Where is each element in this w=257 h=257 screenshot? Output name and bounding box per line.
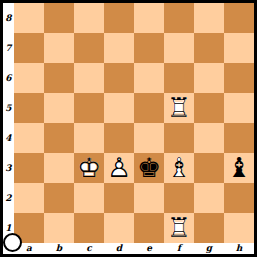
square-a5[interactable] <box>14 93 44 123</box>
square-a2[interactable] <box>14 183 44 213</box>
square-h4[interactable] <box>224 123 254 153</box>
black-king-glyph: ♚ <box>134 153 164 183</box>
square-e5[interactable] <box>134 93 164 123</box>
black-king[interactable]: ♚ <box>134 153 164 183</box>
rank-label-7: 7 <box>3 33 14 63</box>
white-bishop-outline: ♗ <box>164 153 194 183</box>
square-e2[interactable] <box>134 183 164 213</box>
file-label-d: d <box>104 243 134 254</box>
square-g8[interactable] <box>194 3 224 33</box>
square-h8[interactable] <box>224 3 254 33</box>
square-a3[interactable] <box>14 153 44 183</box>
white-pawn[interactable]: ♟♙ <box>104 153 134 183</box>
rank-label-6: 6 <box>3 63 14 93</box>
square-d5[interactable] <box>104 93 134 123</box>
square-f1[interactable]: ♜♖ <box>164 213 194 243</box>
file-label-g: g <box>194 243 224 254</box>
rank-label-5: 5 <box>3 93 14 123</box>
rank-label-4: 4 <box>3 123 14 153</box>
square-b8[interactable] <box>44 3 74 33</box>
square-b7[interactable] <box>44 33 74 63</box>
board: ♜♖♚♔♟♙♚♝♗♝♜♖ <box>14 3 254 243</box>
square-e7[interactable] <box>134 33 164 63</box>
square-g6[interactable] <box>194 63 224 93</box>
white-king[interactable]: ♚♔ <box>74 153 104 183</box>
rank-label-2: 2 <box>3 183 14 213</box>
black-bishop[interactable]: ♝ <box>224 153 254 183</box>
square-f7[interactable] <box>164 33 194 63</box>
square-b1[interactable] <box>44 213 74 243</box>
file-label-b: b <box>44 243 74 254</box>
square-c3[interactable]: ♚♔ <box>74 153 104 183</box>
rank-label-3: 3 <box>3 153 14 183</box>
square-e4[interactable] <box>134 123 164 153</box>
square-g4[interactable] <box>194 123 224 153</box>
white-rook[interactable]: ♜♖ <box>164 93 194 123</box>
file-label-f: f <box>164 243 194 254</box>
file-label-e: e <box>134 243 164 254</box>
square-c7[interactable] <box>74 33 104 63</box>
file-label-c: c <box>74 243 104 254</box>
square-c5[interactable] <box>74 93 104 123</box>
square-g7[interactable] <box>194 33 224 63</box>
square-a8[interactable] <box>14 3 44 33</box>
black-bishop-glyph: ♝ <box>224 153 254 183</box>
square-g3[interactable] <box>194 153 224 183</box>
square-c2[interactable] <box>74 183 104 213</box>
side-to-move-indicator <box>3 233 22 252</box>
square-a7[interactable] <box>14 33 44 63</box>
square-h3[interactable]: ♝ <box>224 153 254 183</box>
square-g1[interactable] <box>194 213 224 243</box>
square-b3[interactable] <box>44 153 74 183</box>
square-f2[interactable] <box>164 183 194 213</box>
square-b6[interactable] <box>44 63 74 93</box>
square-d6[interactable] <box>104 63 134 93</box>
white-rook-outline: ♖ <box>164 93 194 123</box>
square-d4[interactable] <box>104 123 134 153</box>
square-h5[interactable] <box>224 93 254 123</box>
square-h1[interactable] <box>224 213 254 243</box>
square-d3[interactable]: ♟♙ <box>104 153 134 183</box>
white-rook[interactable]: ♜♖ <box>164 213 194 243</box>
square-h6[interactable] <box>224 63 254 93</box>
square-e3[interactable]: ♚ <box>134 153 164 183</box>
chess-diagram: 87654321 ♜♖♚♔♟♙♚♝♗♝♜♖ abcdefgh <box>0 0 257 257</box>
square-c6[interactable] <box>74 63 104 93</box>
file-label-h: h <box>224 243 254 254</box>
file-labels: abcdefgh <box>14 243 254 254</box>
square-f6[interactable] <box>164 63 194 93</box>
square-c1[interactable] <box>74 213 104 243</box>
square-b4[interactable] <box>44 123 74 153</box>
square-f4[interactable] <box>164 123 194 153</box>
white-king-outline: ♔ <box>74 153 104 183</box>
square-g2[interactable] <box>194 183 224 213</box>
square-f8[interactable] <box>164 3 194 33</box>
square-f3[interactable]: ♝♗ <box>164 153 194 183</box>
square-h2[interactable] <box>224 183 254 213</box>
rank-labels: 87654321 <box>3 3 14 243</box>
square-c8[interactable] <box>74 3 104 33</box>
square-d1[interactable] <box>104 213 134 243</box>
square-a4[interactable] <box>14 123 44 153</box>
square-f5[interactable]: ♜♖ <box>164 93 194 123</box>
square-d8[interactable] <box>104 3 134 33</box>
square-g5[interactable] <box>194 93 224 123</box>
square-h7[interactable] <box>224 33 254 63</box>
square-a6[interactable] <box>14 63 44 93</box>
square-e8[interactable] <box>134 3 164 33</box>
rank-label-8: 8 <box>3 3 14 33</box>
square-c4[interactable] <box>74 123 104 153</box>
square-e6[interactable] <box>134 63 164 93</box>
square-b2[interactable] <box>44 183 74 213</box>
square-d2[interactable] <box>104 183 134 213</box>
square-e1[interactable] <box>134 213 164 243</box>
white-pawn-outline: ♙ <box>104 153 134 183</box>
square-b5[interactable] <box>44 93 74 123</box>
white-rook-outline: ♖ <box>164 213 194 243</box>
white-bishop[interactable]: ♝♗ <box>164 153 194 183</box>
square-d7[interactable] <box>104 33 134 63</box>
